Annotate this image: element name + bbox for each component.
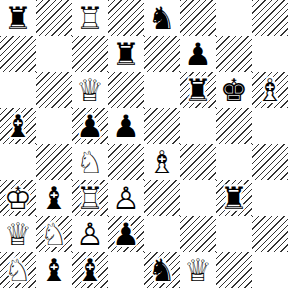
square-d6[interactable] (108, 72, 144, 108)
piece-white-knight: ♞♘ (0, 252, 36, 288)
square-a7[interactable] (0, 36, 36, 72)
square-f4[interactable] (180, 144, 216, 180)
black-bishop-icon: ♝ (40, 183, 68, 214)
piece-white-knight: ♞♘ (36, 216, 72, 252)
square-h4[interactable] (252, 144, 288, 180)
square-d2[interactable]: ♟♟ (108, 216, 144, 252)
square-f3[interactable] (180, 180, 216, 216)
white-knight-icon: ♘ (40, 219, 68, 250)
piece-white-queen: ♛♕ (72, 72, 108, 108)
square-h3[interactable] (252, 180, 288, 216)
white-queen-icon: ♕ (76, 75, 104, 106)
black-pawn-icon: ♟ (112, 111, 140, 142)
square-c3[interactable]: ♜♖ (72, 180, 108, 216)
square-g5[interactable] (216, 108, 252, 144)
white-rook-icon: ♖ (76, 3, 104, 34)
square-d7[interactable]: ♜♜ (108, 36, 144, 72)
black-rook-icon: ♜ (4, 3, 32, 34)
black-bishop-icon: ♝ (4, 111, 32, 142)
black-knight-icon: ♞ (148, 3, 176, 34)
square-c2[interactable]: ♟♙ (72, 216, 108, 252)
square-e6[interactable] (144, 72, 180, 108)
piece-white-pawn: ♟♙ (72, 216, 108, 252)
square-h8[interactable] (252, 0, 288, 36)
piece-black-pawn: ♟♟ (108, 216, 144, 252)
piece-white-bishop: ♝♗ (144, 144, 180, 180)
square-b6[interactable] (36, 72, 72, 108)
square-h1[interactable] (252, 252, 288, 288)
piece-white-bishop: ♝♗ (252, 72, 288, 108)
piece-black-bishop: ♝♝ (36, 180, 72, 216)
square-b4[interactable] (36, 144, 72, 180)
white-knight-icon: ♘ (76, 147, 104, 178)
piece-black-pawn: ♟♟ (180, 36, 216, 72)
black-bishop-icon: ♝ (76, 255, 104, 286)
square-h7[interactable] (252, 36, 288, 72)
square-b7[interactable] (36, 36, 72, 72)
piece-black-rook: ♜♜ (180, 72, 216, 108)
piece-black-bishop: ♝♝ (72, 252, 108, 288)
white-queen-icon: ♕ (184, 255, 212, 286)
square-c7[interactable] (72, 36, 108, 72)
black-rook-icon: ♜ (112, 39, 140, 70)
square-b1[interactable]: ♝♝ (36, 252, 72, 288)
square-a5[interactable]: ♝♝ (0, 108, 36, 144)
square-e8[interactable]: ♞♞ (144, 0, 180, 36)
square-e2[interactable] (144, 216, 180, 252)
square-g4[interactable] (216, 144, 252, 180)
square-a6[interactable] (0, 72, 36, 108)
square-d5[interactable]: ♟♟ (108, 108, 144, 144)
piece-black-knight: ♞♞ (144, 0, 180, 36)
square-c5[interactable]: ♟♟ (72, 108, 108, 144)
black-pawn-icon: ♟ (76, 111, 104, 142)
square-c1[interactable]: ♝♝ (72, 252, 108, 288)
square-f5[interactable] (180, 108, 216, 144)
piece-white-knight: ♞♘ (72, 144, 108, 180)
square-g3[interactable]: ♜♜ (216, 180, 252, 216)
square-b5[interactable] (36, 108, 72, 144)
square-e7[interactable] (144, 36, 180, 72)
chess-diagram: ♜♜♜♖♞♞♜♜♟♟♛♕♜♜♚♚♝♗♝♝♟♟♟♟♞♘♝♗♚♔♝♝♜♖♟♙♜♜♛♕… (0, 0, 288, 288)
square-e1[interactable]: ♞♞ (144, 252, 180, 288)
square-a4[interactable] (0, 144, 36, 180)
square-d8[interactable] (108, 0, 144, 36)
white-pawn-icon: ♙ (112, 183, 140, 214)
square-g8[interactable] (216, 0, 252, 36)
piece-white-rook: ♜♖ (72, 180, 108, 216)
square-g2[interactable] (216, 216, 252, 252)
piece-white-queen: ♛♕ (0, 216, 36, 252)
piece-black-pawn: ♟♟ (72, 108, 108, 144)
square-g1[interactable] (216, 252, 252, 288)
piece-black-knight: ♞♞ (144, 252, 180, 288)
white-king-icon: ♔ (4, 183, 32, 214)
black-rook-icon: ♜ (184, 75, 212, 106)
piece-black-bishop: ♝♝ (36, 252, 72, 288)
square-f8[interactable] (180, 0, 216, 36)
white-bishop-icon: ♗ (148, 147, 176, 178)
square-c4[interactable]: ♞♘ (72, 144, 108, 180)
piece-white-queen: ♛♕ (180, 252, 216, 288)
white-queen-icon: ♕ (4, 219, 32, 250)
piece-white-king: ♚♔ (0, 180, 36, 216)
square-a8[interactable]: ♜♜ (0, 0, 36, 36)
square-f1[interactable]: ♛♕ (180, 252, 216, 288)
chess-board: ♜♜♜♖♞♞♜♜♟♟♛♕♜♜♚♚♝♗♝♝♟♟♟♟♞♘♝♗♚♔♝♝♜♖♟♙♜♜♛♕… (0, 0, 288, 288)
square-e5[interactable] (144, 108, 180, 144)
white-bishop-icon: ♗ (256, 75, 284, 106)
piece-black-pawn: ♟♟ (108, 108, 144, 144)
black-bishop-icon: ♝ (40, 255, 68, 286)
square-f7[interactable]: ♟♟ (180, 36, 216, 72)
square-e4[interactable]: ♝♗ (144, 144, 180, 180)
black-knight-icon: ♞ (148, 255, 176, 286)
square-a2[interactable]: ♛♕ (0, 216, 36, 252)
square-f2[interactable] (180, 216, 216, 252)
piece-black-rook: ♜♜ (216, 180, 252, 216)
black-rook-icon: ♜ (220, 183, 248, 214)
square-a1[interactable]: ♞♘ (0, 252, 36, 288)
piece-black-king: ♚♚ (216, 72, 252, 108)
square-h2[interactable] (252, 216, 288, 252)
white-rook-icon: ♖ (76, 183, 104, 214)
piece-black-bishop: ♝♝ (0, 108, 36, 144)
black-pawn-icon: ♟ (112, 219, 140, 250)
square-h6[interactable]: ♝♗ (252, 72, 288, 108)
piece-black-rook: ♜♜ (0, 0, 36, 36)
square-f6[interactable]: ♜♜ (180, 72, 216, 108)
white-pawn-icon: ♙ (76, 219, 104, 250)
square-d1[interactable] (108, 252, 144, 288)
square-g7[interactable] (216, 36, 252, 72)
square-c6[interactable]: ♛♕ (72, 72, 108, 108)
square-c8[interactable]: ♜♖ (72, 0, 108, 36)
square-d3[interactable]: ♟♙ (108, 180, 144, 216)
black-pawn-icon: ♟ (184, 39, 212, 70)
square-e3[interactable] (144, 180, 180, 216)
square-a3[interactable]: ♚♔ (0, 180, 36, 216)
piece-white-pawn: ♟♙ (108, 180, 144, 216)
piece-black-rook: ♜♜ (108, 36, 144, 72)
white-knight-icon: ♘ (4, 255, 32, 286)
square-b3[interactable]: ♝♝ (36, 180, 72, 216)
square-h5[interactable] (252, 108, 288, 144)
black-king-icon: ♚ (220, 75, 248, 106)
square-b8[interactable] (36, 0, 72, 36)
piece-white-rook: ♜♖ (72, 0, 108, 36)
square-b2[interactable]: ♞♘ (36, 216, 72, 252)
square-g6[interactable]: ♚♚ (216, 72, 252, 108)
square-d4[interactable] (108, 144, 144, 180)
